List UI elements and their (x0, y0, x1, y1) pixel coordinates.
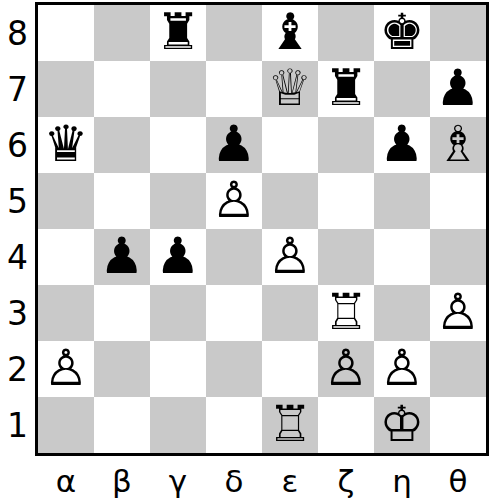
square-α7[interactable] (38, 61, 94, 117)
square-ε6[interactable] (262, 117, 318, 173)
square-α6[interactable]: ♛ (38, 117, 94, 173)
square-ε2[interactable] (262, 341, 318, 397)
square-β6[interactable] (94, 117, 150, 173)
rank-label-8: 8 (0, 5, 35, 61)
file-label-δ: δ (206, 461, 262, 501)
square-θ2[interactable] (430, 341, 486, 397)
square-β2[interactable] (94, 341, 150, 397)
square-ε1[interactable]: ♖ (262, 397, 318, 453)
file-label-ζ: ζ (318, 461, 374, 501)
chess-board: ♜♝♚♕♜♟♛♟♟♗♙♟♟♙♖♙♙♙♙♖♔ (35, 2, 489, 456)
rank-labels: 87654321 (0, 5, 35, 453)
square-θ3[interactable]: ♙ (430, 285, 486, 341)
square-γ1[interactable] (150, 397, 206, 453)
piece-black-bishop[interactable]: ♝ (268, 4, 313, 60)
square-β5[interactable] (94, 173, 150, 229)
square-ζ5[interactable] (318, 173, 374, 229)
square-α2[interactable]: ♙ (38, 341, 94, 397)
square-γ7[interactable] (150, 61, 206, 117)
chess-diagram: 87654321 ♜♝♚♕♜♟♛♟♟♗♙♟♟♙♖♙♙♙♙♖♔ αβγδεζηθ (0, 0, 499, 502)
rank-label-5: 5 (0, 173, 35, 229)
square-η1[interactable]: ♔ (374, 397, 430, 453)
piece-white-pawn[interactable]: ♙ (212, 172, 257, 228)
square-δ7[interactable] (206, 61, 262, 117)
square-ζ4[interactable] (318, 229, 374, 285)
file-label-η: η (374, 461, 430, 501)
square-δ1[interactable] (206, 397, 262, 453)
rank-label-7: 7 (0, 61, 35, 117)
piece-white-rook[interactable]: ♖ (268, 396, 313, 452)
piece-white-rook[interactable]: ♖ (324, 284, 369, 340)
square-α3[interactable] (38, 285, 94, 341)
square-α1[interactable] (38, 397, 94, 453)
file-label-θ: θ (430, 461, 486, 501)
square-γ5[interactable] (150, 173, 206, 229)
square-γ4[interactable]: ♟ (150, 229, 206, 285)
square-δ6[interactable]: ♟ (206, 117, 262, 173)
square-θ4[interactable] (430, 229, 486, 285)
piece-black-king[interactable]: ♚ (380, 4, 425, 60)
square-δ3[interactable] (206, 285, 262, 341)
square-θ6[interactable]: ♗ (430, 117, 486, 173)
rank-label-2: 2 (0, 341, 35, 397)
piece-white-pawn[interactable]: ♙ (324, 340, 369, 396)
piece-white-pawn[interactable]: ♙ (380, 340, 425, 396)
square-ζ7[interactable]: ♜ (318, 61, 374, 117)
square-β4[interactable]: ♟ (94, 229, 150, 285)
piece-black-pawn[interactable]: ♟ (156, 228, 201, 284)
file-label-γ: γ (150, 461, 206, 501)
square-θ7[interactable]: ♟ (430, 61, 486, 117)
square-η3[interactable] (374, 285, 430, 341)
square-δ5[interactable]: ♙ (206, 173, 262, 229)
piece-black-pawn[interactable]: ♟ (100, 228, 145, 284)
square-α8[interactable] (38, 5, 94, 61)
square-γ8[interactable]: ♜ (150, 5, 206, 61)
piece-black-pawn[interactable]: ♟ (436, 60, 481, 116)
square-γ6[interactable] (150, 117, 206, 173)
square-β8[interactable] (94, 5, 150, 61)
piece-white-queen[interactable]: ♕ (268, 60, 313, 116)
rank-label-1: 1 (0, 397, 35, 453)
file-label-ε: ε (262, 461, 318, 501)
piece-black-pawn[interactable]: ♟ (212, 116, 257, 172)
rank-label-3: 3 (0, 285, 35, 341)
square-γ2[interactable] (150, 341, 206, 397)
piece-white-bishop[interactable]: ♗ (436, 116, 481, 172)
square-α4[interactable] (38, 229, 94, 285)
piece-white-pawn[interactable]: ♙ (436, 284, 481, 340)
square-η2[interactable]: ♙ (374, 341, 430, 397)
square-ζ3[interactable]: ♖ (318, 285, 374, 341)
square-ζ6[interactable] (318, 117, 374, 173)
piece-black-pawn[interactable]: ♟ (380, 116, 425, 172)
square-δ2[interactable] (206, 341, 262, 397)
square-θ5[interactable] (430, 173, 486, 229)
piece-black-rook[interactable]: ♜ (156, 4, 201, 60)
square-ζ2[interactable]: ♙ (318, 341, 374, 397)
square-γ3[interactable] (150, 285, 206, 341)
piece-white-pawn[interactable]: ♙ (44, 340, 89, 396)
piece-black-queen[interactable]: ♛ (44, 116, 89, 172)
square-η7[interactable] (374, 61, 430, 117)
piece-black-rook[interactable]: ♜ (324, 60, 369, 116)
square-β3[interactable] (94, 285, 150, 341)
piece-white-king[interactable]: ♔ (380, 396, 425, 452)
square-θ8[interactable] (430, 5, 486, 61)
square-η4[interactable] (374, 229, 430, 285)
square-β7[interactable] (94, 61, 150, 117)
file-label-β: β (94, 461, 150, 501)
rank-label-6: 6 (0, 117, 35, 173)
square-ε4[interactable]: ♙ (262, 229, 318, 285)
square-η8[interactable]: ♚ (374, 5, 430, 61)
square-α5[interactable] (38, 173, 94, 229)
square-ε3[interactable] (262, 285, 318, 341)
square-δ8[interactable] (206, 5, 262, 61)
square-ε7[interactable]: ♕ (262, 61, 318, 117)
square-η5[interactable] (374, 173, 430, 229)
square-δ4[interactable] (206, 229, 262, 285)
square-β1[interactable] (94, 397, 150, 453)
file-labels: αβγδεζηθ (38, 461, 486, 501)
square-ε5[interactable] (262, 173, 318, 229)
square-θ1[interactable] (430, 397, 486, 453)
file-label-α: α (38, 461, 94, 501)
square-η6[interactable]: ♟ (374, 117, 430, 173)
square-ζ1[interactable] (318, 397, 374, 453)
square-ε8[interactable]: ♝ (262, 5, 318, 61)
square-ζ8[interactable] (318, 5, 374, 61)
piece-white-pawn[interactable]: ♙ (268, 228, 313, 284)
rank-label-4: 4 (0, 229, 35, 285)
